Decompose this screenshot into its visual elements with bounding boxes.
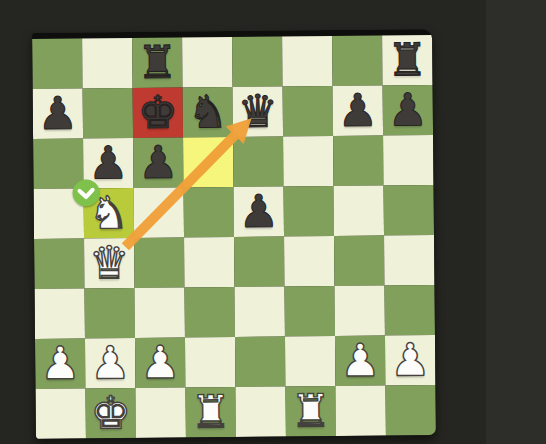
square-f3[interactable] xyxy=(285,286,335,336)
square-g4[interactable] xyxy=(334,236,384,286)
square-g1[interactable] xyxy=(335,386,385,436)
square-c8[interactable]: ♜ xyxy=(132,37,182,87)
square-f7[interactable] xyxy=(283,86,333,136)
piece-black-pawn[interactable]: ♟ xyxy=(138,139,179,184)
square-f4[interactable] xyxy=(284,236,334,286)
piece-white-pawn[interactable]: ♟ xyxy=(40,340,81,385)
square-c2[interactable]: ♟ xyxy=(135,337,185,387)
square-e3[interactable] xyxy=(235,287,285,337)
chess-board[interactable]: ♜♜♟♚♞♛♟♟♟♟♞♟♛♟♟♟♟♟♚♜♜ xyxy=(32,29,436,439)
square-h3[interactable] xyxy=(385,285,435,335)
piece-white-pawn[interactable]: ♟ xyxy=(340,337,381,382)
square-g8[interactable] xyxy=(332,36,382,86)
square-c6[interactable]: ♟ xyxy=(133,137,183,187)
square-h4[interactable] xyxy=(384,235,434,285)
square-c4[interactable] xyxy=(134,237,184,287)
square-e1[interactable] xyxy=(235,387,285,437)
square-b4[interactable]: ♛ xyxy=(84,238,134,288)
piece-black-knight[interactable]: ♞ xyxy=(187,89,228,134)
square-c5[interactable] xyxy=(134,187,184,237)
square-h5[interactable] xyxy=(384,185,434,235)
square-a1[interactable] xyxy=(35,388,85,438)
square-h2[interactable]: ♟ xyxy=(385,335,435,385)
square-d8[interactable] xyxy=(182,37,232,87)
piece-white-rook[interactable]: ♜ xyxy=(190,389,231,434)
piece-black-pawn[interactable]: ♟ xyxy=(337,87,378,132)
square-g5[interactable] xyxy=(334,186,384,236)
square-b7[interactable] xyxy=(83,88,133,138)
square-a2[interactable]: ♟ xyxy=(35,338,85,388)
square-d7[interactable]: ♞ xyxy=(183,87,233,137)
square-e8[interactable] xyxy=(232,37,282,87)
square-h7[interactable]: ♟ xyxy=(383,85,433,135)
piece-white-king[interactable]: ♚ xyxy=(90,389,131,434)
piece-black-pawn[interactable]: ♟ xyxy=(238,188,279,233)
excellent-move-badge xyxy=(72,179,99,206)
square-a7[interactable]: ♟ xyxy=(33,88,83,138)
square-f5[interactable] xyxy=(284,186,334,236)
square-b3[interactable] xyxy=(85,288,135,338)
app-background: ♜♜♟♚♞♛♟♟♟♟♞♟♛♟♟♟♟♟♚♜♜ xyxy=(0,0,546,444)
piece-black-queen[interactable]: ♛ xyxy=(237,88,278,133)
square-d4[interactable] xyxy=(184,237,234,287)
piece-white-rook[interactable]: ♜ xyxy=(290,388,331,433)
square-b1[interactable]: ♚ xyxy=(85,388,135,438)
piece-black-rook[interactable]: ♜ xyxy=(387,37,428,82)
square-a8[interactable] xyxy=(32,38,82,88)
piece-black-pawn[interactable]: ♟ xyxy=(387,87,428,132)
square-g7[interactable]: ♟ xyxy=(333,86,383,136)
square-f8[interactable] xyxy=(282,36,332,86)
piece-white-queen[interactable]: ♛ xyxy=(89,240,130,285)
square-e6[interactable] xyxy=(233,137,283,187)
square-h6[interactable] xyxy=(383,135,433,185)
square-f1[interactable]: ♜ xyxy=(285,386,335,436)
square-d5[interactable] xyxy=(184,187,234,237)
check-icon xyxy=(72,179,99,206)
square-c3[interactable] xyxy=(135,287,185,337)
square-c1[interactable] xyxy=(135,387,185,437)
piece-white-pawn[interactable]: ♟ xyxy=(90,340,131,385)
square-g2[interactable]: ♟ xyxy=(335,336,385,386)
square-d2[interactable] xyxy=(185,337,235,387)
square-d1[interactable]: ♜ xyxy=(185,387,235,437)
square-b8[interactable] xyxy=(82,38,132,88)
square-d3[interactable] xyxy=(185,287,235,337)
piece-black-rook[interactable]: ♜ xyxy=(137,39,178,84)
square-h8[interactable]: ♜ xyxy=(382,35,432,85)
square-e4[interactable] xyxy=(234,237,284,287)
square-d6[interactable] xyxy=(183,137,233,187)
square-b2[interactable]: ♟ xyxy=(85,338,135,388)
square-f2[interactable] xyxy=(285,336,335,386)
piece-black-king[interactable]: ♚ xyxy=(137,89,178,134)
piece-black-pawn[interactable]: ♟ xyxy=(37,90,78,135)
square-g6[interactable] xyxy=(333,136,383,186)
piece-white-pawn[interactable]: ♟ xyxy=(140,339,181,384)
square-a3[interactable] xyxy=(35,288,85,338)
square-c7[interactable]: ♚ xyxy=(133,87,183,137)
square-f6[interactable] xyxy=(283,136,333,186)
piece-white-pawn[interactable]: ♟ xyxy=(390,337,431,382)
square-a4[interactable] xyxy=(34,238,84,288)
square-e5[interactable]: ♟ xyxy=(234,187,284,237)
background-panel-right xyxy=(486,0,546,444)
square-e7[interactable]: ♛ xyxy=(233,87,283,137)
square-e2[interactable] xyxy=(235,337,285,387)
square-g3[interactable] xyxy=(335,286,385,336)
square-h1[interactable] xyxy=(385,385,435,435)
board-grid[interactable]: ♜♜♟♚♞♛♟♟♟♟♞♟♛♟♟♟♟♟♚♜♜ xyxy=(32,35,436,439)
